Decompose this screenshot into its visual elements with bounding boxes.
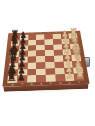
square-d7: ♟ [18, 57, 27, 63]
square-a6 [27, 75, 37, 82]
square-a4 [46, 75, 56, 82]
product-photo: 87654321 ♜♟♟♜♞♟♟♞♝♟♟♝♚♟♟♚♛♟♟♛♝♟♟♝♞♟♟♞♜♟♟… [0, 0, 95, 126]
square-d1: ♛ [71, 55, 81, 61]
square-b5 [36, 68, 45, 75]
black-rook: ♜ [11, 29, 20, 41]
square-c6 [27, 62, 36, 69]
chess-board: 87654321 ♜♟♟♜♞♟♟♞♝♟♟♝♚♟♟♚♛♟♟♛♝♟♟♝♞♟♟♞♜♟♟… [2, 31, 89, 87]
white-rook: ♜ [69, 27, 78, 39]
square-e7: ♟ [19, 51, 28, 57]
board-grid: ♜♟♟♜♞♟♟♞♝♟♟♝♚♟♟♚♛♟♟♛♝♟♟♝♞♟♟♞♜♟♟♜ [7, 33, 84, 83]
square-f6 [28, 45, 37, 51]
square-e8: ♚ [10, 51, 19, 57]
square-f8: ♝ [10, 46, 19, 52]
square-e1: ♚ [71, 49, 81, 55]
square-f5 [36, 45, 45, 51]
chess-board-scene: 87654321 ♜♟♟♜♞♟♟♞♝♟♟♝♚♟♟♚♛♟♟♛♝♟♟♝♞♟♟♞♜♟♟… [0, 6, 95, 105]
